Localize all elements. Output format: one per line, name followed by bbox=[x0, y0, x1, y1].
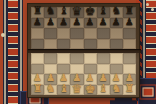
piece-black-queen[interactable]: ♛ bbox=[72, 6, 83, 16]
square-e6[interactable] bbox=[84, 28, 97, 39]
chess-board: ♜♞♝♛♚♝♞♜♟♟♟♟♟♟♟♟ ♟♟♟♟♟♟♟♟♜♞♝♛♚♝♞♜ bbox=[27, 3, 140, 98]
square-d4[interactable] bbox=[70, 53, 83, 64]
square-a5[interactable] bbox=[31, 39, 44, 50]
square-g4[interactable] bbox=[110, 53, 123, 64]
piece-black-rook[interactable]: ♜ bbox=[125, 6, 135, 16]
piece-white-rook[interactable]: ♜ bbox=[125, 84, 135, 94]
rug-dot-motif bbox=[151, 8, 154, 11]
rug-dot-motif bbox=[1, 33, 5, 37]
square-a4[interactable] bbox=[31, 53, 44, 64]
square-d1[interactable]: ♛ bbox=[70, 85, 83, 96]
piece-white-knight[interactable]: ♞ bbox=[46, 84, 56, 94]
piece-black-pawn[interactable]: ♟ bbox=[125, 17, 134, 27]
rug-dot-motif bbox=[146, 3, 149, 6]
piece-black-bishop[interactable]: ♝ bbox=[98, 6, 108, 16]
square-f1[interactable]: ♝ bbox=[97, 85, 110, 96]
piece-black-pawn[interactable]: ♟ bbox=[72, 17, 81, 27]
board-top-half: ♜♞♝♛♚♝♞♜♟♟♟♟♟♟♟♟ bbox=[31, 7, 136, 49]
piece-black-knight[interactable]: ♞ bbox=[111, 6, 121, 16]
square-b1[interactable]: ♞ bbox=[44, 85, 57, 96]
square-e5[interactable] bbox=[84, 39, 97, 50]
piece-black-pawn[interactable]: ♟ bbox=[112, 17, 121, 27]
piece-black-rook[interactable]: ♜ bbox=[33, 6, 43, 16]
piece-black-king[interactable]: ♚ bbox=[85, 6, 96, 16]
piece-white-bishop[interactable]: ♝ bbox=[59, 84, 69, 94]
piece-white-knight[interactable]: ♞ bbox=[111, 84, 121, 94]
square-h1[interactable]: ♜ bbox=[123, 85, 136, 96]
square-f4[interactable] bbox=[97, 53, 110, 64]
square-b7[interactable]: ♟ bbox=[44, 18, 57, 29]
square-b6[interactable] bbox=[44, 28, 57, 39]
piece-black-pawn[interactable]: ♟ bbox=[46, 17, 55, 27]
square-c4[interactable] bbox=[57, 53, 70, 64]
rug-stripe bbox=[4, 0, 6, 104]
square-b4[interactable] bbox=[44, 53, 57, 64]
piece-white-king[interactable]: ♚ bbox=[85, 84, 96, 94]
piece-black-pawn[interactable]: ♟ bbox=[99, 17, 108, 27]
square-a6[interactable] bbox=[31, 28, 44, 39]
square-f5[interactable] bbox=[97, 39, 110, 50]
square-d7[interactable]: ♟ bbox=[70, 18, 83, 29]
board-bottom-half: ♟♟♟♟♟♟♟♟♜♞♝♛♚♝♞♜ bbox=[31, 53, 136, 95]
rug-medallion-core bbox=[143, 88, 154, 97]
square-d6[interactable] bbox=[70, 28, 83, 39]
square-f7[interactable]: ♟ bbox=[97, 18, 110, 29]
square-b5[interactable] bbox=[44, 39, 57, 50]
square-a7[interactable]: ♟ bbox=[31, 18, 44, 29]
square-e1[interactable]: ♚ bbox=[84, 85, 97, 96]
square-c1[interactable]: ♝ bbox=[57, 85, 70, 96]
square-f6[interactable] bbox=[97, 28, 110, 39]
piece-black-pawn[interactable]: ♟ bbox=[33, 17, 42, 27]
piece-white-rook[interactable]: ♜ bbox=[33, 84, 43, 94]
piece-white-queen[interactable]: ♛ bbox=[72, 84, 83, 94]
piece-black-pawn[interactable]: ♟ bbox=[59, 17, 68, 27]
square-a1[interactable]: ♜ bbox=[31, 85, 44, 96]
piece-black-knight[interactable]: ♞ bbox=[46, 6, 56, 16]
rug-stripe bbox=[20, 0, 22, 104]
piece-black-bishop[interactable]: ♝ bbox=[59, 6, 69, 16]
square-g7[interactable]: ♟ bbox=[110, 18, 123, 29]
rug-medallion-bottom-right bbox=[138, 78, 156, 104]
rug-rect-motif-column-left bbox=[8, 0, 18, 104]
chessboard-on-rug-photo: ♜♞♝♛♚♝♞♜♟♟♟♟♟♟♟♟ ♟♟♟♟♟♟♟♟♜♞♝♛♚♝♞♜ bbox=[0, 0, 156, 104]
square-c7[interactable]: ♟ bbox=[57, 18, 70, 29]
square-e4[interactable] bbox=[84, 53, 97, 64]
square-h7[interactable]: ♟ bbox=[123, 18, 136, 29]
square-g5[interactable] bbox=[110, 39, 123, 50]
square-c5[interactable] bbox=[57, 39, 70, 50]
square-d5[interactable] bbox=[70, 39, 83, 50]
square-h4[interactable] bbox=[123, 53, 136, 64]
square-g1[interactable]: ♞ bbox=[110, 85, 123, 96]
square-h5[interactable] bbox=[123, 39, 136, 50]
square-e7[interactable]: ♟ bbox=[84, 18, 97, 29]
piece-black-pawn[interactable]: ♟ bbox=[86, 17, 95, 27]
square-c6[interactable] bbox=[57, 28, 70, 39]
piece-white-bishop[interactable]: ♝ bbox=[98, 84, 108, 94]
square-h6[interactable] bbox=[123, 28, 136, 39]
square-g6[interactable] bbox=[110, 28, 123, 39]
